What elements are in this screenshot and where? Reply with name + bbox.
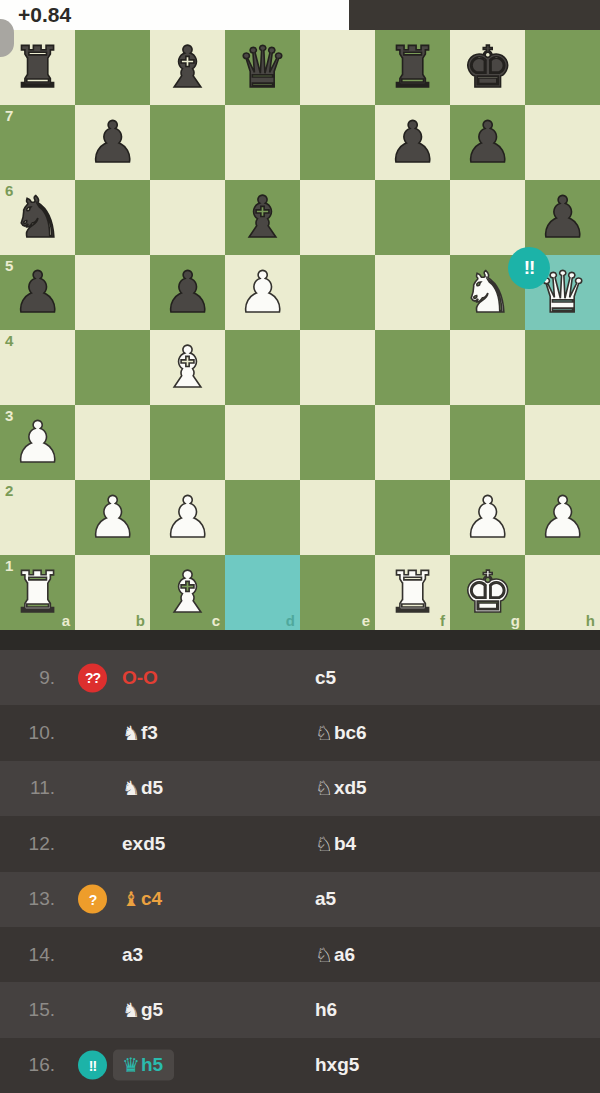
move-15-black[interactable]: h6	[315, 999, 337, 1021]
blunder-badge-icon: ??	[78, 663, 107, 692]
black-bishop-c8[interactable]: ♝	[150, 30, 225, 105]
square-c1[interactable]: c♝	[150, 555, 225, 630]
move-9-white[interactable]: O-O	[122, 667, 158, 689]
move-14-white[interactable]: a3	[122, 944, 143, 966]
file-label-d: d	[286, 612, 295, 629]
chess-analysis-screen: +0.84 8♜♝♛♜♚7♟♟♟6♞♝♟5♟♟♟♞♛4♝3♟2♟♟♟♟1a♜bc…	[0, 0, 600, 1093]
square-e2[interactable]	[300, 480, 375, 555]
square-b6[interactable]	[75, 180, 150, 255]
black-rook-f8[interactable]: ♜	[375, 30, 450, 105]
square-f7[interactable]: ♟	[375, 105, 450, 180]
move-san: c5	[315, 667, 336, 689]
move-san: exd5	[122, 833, 165, 855]
square-a1[interactable]: 1a♜	[0, 555, 75, 630]
square-f4[interactable]	[375, 330, 450, 405]
square-f8[interactable]: ♜	[375, 30, 450, 105]
square-c6[interactable]	[150, 180, 225, 255]
move-row-10: 10.♞f3♘bc6	[0, 705, 600, 760]
square-c5[interactable]: ♟	[150, 255, 225, 330]
move-san: bc6	[334, 722, 367, 744]
file-label-c: c	[212, 612, 220, 629]
move-row-15: 15.♞g5h6	[0, 982, 600, 1037]
move-11-white[interactable]: ♞d5	[122, 776, 163, 800]
rank-label-7: 7	[5, 107, 13, 124]
rank-label-5: 5	[5, 257, 13, 274]
square-b3[interactable]	[75, 405, 150, 480]
square-a2[interactable]: 2	[0, 480, 75, 555]
move-number: 15.	[0, 982, 55, 1037]
square-g7[interactable]: ♟	[450, 105, 525, 180]
move-13-black[interactable]: a5	[315, 888, 336, 910]
square-b2[interactable]: ♟	[75, 480, 150, 555]
move-16-black[interactable]: hxg5	[315, 1054, 359, 1076]
move-row-13: 13.?♝c4a5	[0, 872, 600, 927]
white-knight-icon: ♞	[122, 998, 140, 1022]
square-d4[interactable]	[225, 330, 300, 405]
square-e4[interactable]	[300, 330, 375, 405]
square-c7[interactable]	[150, 105, 225, 180]
move-row-12: 12.exd5♘b4	[0, 816, 600, 871]
move-row-11: 11.♞d5♘xd5	[0, 761, 600, 816]
file-label-f: f	[440, 612, 445, 629]
brilliant-badge-icon: !!	[78, 1051, 107, 1080]
move-15-white[interactable]: ♞g5	[122, 998, 163, 1022]
square-g3[interactable]	[450, 405, 525, 480]
move-row-9: 9.??O-Oc5	[0, 650, 600, 705]
white-pawn-g2[interactable]: ♟	[450, 480, 525, 555]
move-10-black[interactable]: ♘bc6	[315, 721, 367, 745]
black-king-g8[interactable]: ♚	[450, 30, 525, 105]
square-g1[interactable]: g♚	[450, 555, 525, 630]
chess-board: 8♜♝♛♜♚7♟♟♟6♞♝♟5♟♟♟♞♛4♝3♟2♟♟♟♟1a♜bc♝def♜g…	[0, 30, 600, 630]
square-f2[interactable]	[375, 480, 450, 555]
square-a3[interactable]: 3♟	[0, 405, 75, 480]
evaluation-bar: +0.84	[0, 0, 600, 30]
move-san: h6	[315, 999, 337, 1021]
move-9-black[interactable]: c5	[315, 667, 336, 689]
move-san: xd5	[334, 777, 367, 799]
square-h8[interactable]	[525, 30, 600, 105]
square-b4[interactable]	[75, 330, 150, 405]
move-number: 16.	[0, 1038, 55, 1093]
square-g8[interactable]: ♚	[450, 30, 525, 105]
square-e6[interactable]	[300, 180, 375, 255]
square-d2[interactable]	[225, 480, 300, 555]
move-16-white[interactable]: ♛h5	[113, 1050, 174, 1081]
square-c2[interactable]: ♟	[150, 480, 225, 555]
square-d6[interactable]: ♝	[225, 180, 300, 255]
move-number: 14.	[0, 927, 55, 982]
square-b8[interactable]	[75, 30, 150, 105]
move-san: g5	[141, 999, 163, 1021]
black-knight-icon: ♘	[315, 776, 333, 800]
square-g2[interactable]: ♟	[450, 480, 525, 555]
move-row-14: 14.a3♘a6	[0, 927, 600, 982]
square-b5[interactable]	[75, 255, 150, 330]
move-14-black[interactable]: ♘a6	[315, 943, 355, 967]
move-san: h5	[141, 1054, 163, 1076]
square-b7[interactable]: ♟	[75, 105, 150, 180]
square-d3[interactable]	[225, 405, 300, 480]
black-pawn-g7[interactable]: ♟	[450, 105, 525, 180]
brilliant-move-badge: !!	[508, 247, 550, 289]
black-knight-icon: ♘	[315, 721, 333, 745]
square-c3[interactable]	[150, 405, 225, 480]
move-list: 9.??O-Oc510.♞f3♘bc611.♞d5♘xd512.exd5♘b41…	[0, 650, 600, 1093]
square-h7[interactable]	[525, 105, 600, 180]
square-h4[interactable]	[525, 330, 600, 405]
square-f1[interactable]: f♜	[375, 555, 450, 630]
move-number: 13.	[0, 872, 55, 927]
square-e7[interactable]	[300, 105, 375, 180]
move-number: 11.	[0, 761, 55, 816]
square-h6[interactable]: ♟	[525, 180, 600, 255]
move-san: O-O	[122, 667, 158, 689]
black-knight-icon: ♘	[315, 943, 333, 967]
square-a7[interactable]: 7	[0, 105, 75, 180]
rank-label-2: 2	[5, 482, 13, 499]
square-d1[interactable]: d	[225, 555, 300, 630]
move-10-white[interactable]: ♞f3	[122, 721, 158, 745]
move-san: d5	[141, 777, 163, 799]
white-pawn-d5[interactable]: ♟	[225, 255, 300, 330]
square-g6[interactable]	[450, 180, 525, 255]
move-number: 9.	[0, 650, 55, 705]
black-bishop-d6[interactable]: ♝	[225, 180, 300, 255]
square-e8[interactable]	[300, 30, 375, 105]
move-12-black[interactable]: ♘b4	[315, 832, 356, 856]
move-san: f3	[141, 722, 158, 744]
move-11-black[interactable]: ♘xd5	[315, 776, 367, 800]
square-f3[interactable]	[375, 405, 450, 480]
white-bishop-c4[interactable]: ♝	[150, 330, 225, 405]
square-f5[interactable]	[375, 255, 450, 330]
move-13-white[interactable]: ♝c4	[122, 887, 162, 911]
mistake-badge-icon: ?	[78, 885, 107, 914]
black-queen-d8[interactable]: ♛	[225, 30, 300, 105]
move-number: 12.	[0, 816, 55, 871]
white-pawn-c2[interactable]: ♟	[150, 480, 225, 555]
white-knight-icon: ♞	[122, 776, 140, 800]
file-label-a: a	[62, 612, 70, 629]
square-g4[interactable]	[450, 330, 525, 405]
file-label-g: g	[511, 612, 520, 629]
square-a6[interactable]: 6♞	[0, 180, 75, 255]
move-san: hxg5	[315, 1054, 359, 1076]
file-label-b: b	[136, 612, 145, 629]
white-bishop-icon: ♝	[122, 887, 140, 911]
square-h1[interactable]: h	[525, 555, 600, 630]
square-h2[interactable]: ♟	[525, 480, 600, 555]
square-d5[interactable]: ♟	[225, 255, 300, 330]
black-pawn-c5[interactable]: ♟	[150, 255, 225, 330]
square-b1[interactable]: b	[75, 555, 150, 630]
move-san: a5	[315, 888, 336, 910]
move-san: a6	[334, 944, 355, 966]
square-e1[interactable]: e	[300, 555, 375, 630]
rank-label-3: 3	[5, 407, 13, 424]
move-number: 10.	[0, 705, 55, 760]
black-pawn-b7[interactable]: ♟	[75, 105, 150, 180]
move-12-white[interactable]: exd5	[122, 833, 165, 855]
white-knight-icon: ♞	[122, 721, 140, 745]
square-e3[interactable]	[300, 405, 375, 480]
black-pawn-f7[interactable]: ♟	[375, 105, 450, 180]
file-label-e: e	[362, 612, 370, 629]
file-label-h: h	[586, 612, 595, 629]
square-c4[interactable]: ♝	[150, 330, 225, 405]
square-a5[interactable]: 5♟	[0, 255, 75, 330]
rank-label-1: 1	[5, 557, 13, 574]
white-pawn-b2[interactable]: ♟	[75, 480, 150, 555]
rank-label-6: 6	[5, 182, 13, 199]
white-rook-f1[interactable]: ♜	[375, 555, 450, 630]
rank-label-4: 4	[5, 332, 13, 349]
square-h3[interactable]	[525, 405, 600, 480]
black-pawn-h6[interactable]: ♟	[525, 180, 600, 255]
move-san: c4	[141, 888, 162, 910]
move-san: a3	[122, 944, 143, 966]
white-queen-icon: ♛	[122, 1053, 140, 1077]
square-a4[interactable]: 4	[0, 330, 75, 405]
square-d8[interactable]: ♛	[225, 30, 300, 105]
square-f6[interactable]	[375, 180, 450, 255]
move-san: b4	[334, 833, 356, 855]
square-d7[interactable]	[225, 105, 300, 180]
square-c8[interactable]: ♝	[150, 30, 225, 105]
black-knight-icon: ♘	[315, 832, 333, 856]
move-row-16: 16.!!♛h5hxg5	[0, 1038, 600, 1093]
square-e5[interactable]	[300, 255, 375, 330]
white-pawn-h2[interactable]: ♟	[525, 480, 600, 555]
evaluation-score: +0.84	[18, 0, 71, 30]
